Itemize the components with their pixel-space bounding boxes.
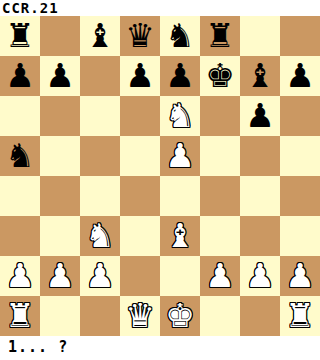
square-b4[interactable] <box>40 176 80 216</box>
square-g6[interactable]: ♟ <box>240 96 280 136</box>
square-c7[interactable] <box>80 56 120 96</box>
square-f4[interactable] <box>200 176 240 216</box>
piece-white-pawn-h2[interactable]: ♟ <box>285 256 315 296</box>
square-a8[interactable]: ♜ <box>0 16 40 56</box>
square-g7[interactable]: ♝ <box>240 56 280 96</box>
square-a3[interactable] <box>0 216 40 256</box>
square-e1[interactable]: ♚ <box>160 296 200 336</box>
square-h4[interactable] <box>280 176 320 216</box>
piece-black-rook-a8[interactable]: ♜ <box>5 16 35 56</box>
piece-white-pawn-e5[interactable]: ♟ <box>165 136 195 176</box>
piece-black-king-f7[interactable]: ♚ <box>205 56 235 96</box>
square-d5[interactable] <box>120 136 160 176</box>
move-prompt: 1... ? <box>0 336 320 360</box>
square-e2[interactable] <box>160 256 200 296</box>
chess-board: ♜♝♛♞♜♟♟♟♟♚♝♟♞♟♞♟♞♝♟♟♟♟♟♟♜♛♚♜ <box>0 16 320 336</box>
square-f8[interactable]: ♜ <box>200 16 240 56</box>
square-f6[interactable] <box>200 96 240 136</box>
square-e4[interactable] <box>160 176 200 216</box>
square-f2[interactable]: ♟ <box>200 256 240 296</box>
puzzle-title: CCR.21 <box>0 0 320 16</box>
square-g5[interactable] <box>240 136 280 176</box>
piece-black-pawn-g6[interactable]: ♟ <box>245 96 275 136</box>
square-b6[interactable] <box>40 96 80 136</box>
square-a1[interactable]: ♜ <box>0 296 40 336</box>
square-g1[interactable] <box>240 296 280 336</box>
square-d7[interactable]: ♟ <box>120 56 160 96</box>
square-b7[interactable]: ♟ <box>40 56 80 96</box>
piece-white-king-e1[interactable]: ♚ <box>165 296 195 336</box>
square-a7[interactable]: ♟ <box>0 56 40 96</box>
piece-black-pawn-b7[interactable]: ♟ <box>45 56 75 96</box>
piece-white-rook-a1[interactable]: ♜ <box>5 296 35 336</box>
square-c8[interactable]: ♝ <box>80 16 120 56</box>
square-c6[interactable] <box>80 96 120 136</box>
piece-black-knight-a5[interactable]: ♞ <box>5 136 35 176</box>
square-h7[interactable]: ♟ <box>280 56 320 96</box>
square-g4[interactable] <box>240 176 280 216</box>
square-f1[interactable] <box>200 296 240 336</box>
square-a5[interactable]: ♞ <box>0 136 40 176</box>
square-e3[interactable]: ♝ <box>160 216 200 256</box>
square-e7[interactable]: ♟ <box>160 56 200 96</box>
square-f5[interactable] <box>200 136 240 176</box>
piece-white-pawn-f2[interactable]: ♟ <box>205 256 235 296</box>
piece-black-pawn-e7[interactable]: ♟ <box>165 56 195 96</box>
square-e6[interactable]: ♞ <box>160 96 200 136</box>
square-f7[interactable]: ♚ <box>200 56 240 96</box>
square-a6[interactable] <box>0 96 40 136</box>
square-c5[interactable] <box>80 136 120 176</box>
square-d4[interactable] <box>120 176 160 216</box>
square-a2[interactable]: ♟ <box>0 256 40 296</box>
piece-black-rook-f8[interactable]: ♜ <box>205 16 235 56</box>
square-h6[interactable] <box>280 96 320 136</box>
square-c3[interactable]: ♞ <box>80 216 120 256</box>
square-c1[interactable] <box>80 296 120 336</box>
square-d1[interactable]: ♛ <box>120 296 160 336</box>
square-d8[interactable]: ♛ <box>120 16 160 56</box>
square-h1[interactable]: ♜ <box>280 296 320 336</box>
piece-black-pawn-a7[interactable]: ♟ <box>5 56 35 96</box>
square-h5[interactable] <box>280 136 320 176</box>
square-d3[interactable] <box>120 216 160 256</box>
piece-black-knight-e8[interactable]: ♞ <box>165 16 195 56</box>
square-d2[interactable] <box>120 256 160 296</box>
square-e8[interactable]: ♞ <box>160 16 200 56</box>
piece-black-bishop-c8[interactable]: ♝ <box>85 16 115 56</box>
piece-black-pawn-d7[interactable]: ♟ <box>125 56 155 96</box>
chess-app-window: CCR.21 ♜♝♛♞♜♟♟♟♟♚♝♟♞♟♞♟♞♝♟♟♟♟♟♟♜♛♚♜ 1...… <box>0 0 320 360</box>
piece-black-queen-d8[interactable]: ♛ <box>125 16 155 56</box>
square-h8[interactable] <box>280 16 320 56</box>
piece-black-bishop-g7[interactable]: ♝ <box>245 56 275 96</box>
piece-white-queen-d1[interactable]: ♛ <box>125 296 155 336</box>
square-f3[interactable] <box>200 216 240 256</box>
piece-white-pawn-b2[interactable]: ♟ <box>45 256 75 296</box>
square-a4[interactable] <box>0 176 40 216</box>
piece-white-rook-h1[interactable]: ♜ <box>285 296 315 336</box>
square-b2[interactable]: ♟ <box>40 256 80 296</box>
piece-white-knight-c3[interactable]: ♞ <box>85 216 115 256</box>
square-b8[interactable] <box>40 16 80 56</box>
piece-white-pawn-c2[interactable]: ♟ <box>85 256 115 296</box>
square-e5[interactable]: ♟ <box>160 136 200 176</box>
square-h2[interactable]: ♟ <box>280 256 320 296</box>
piece-white-pawn-a2[interactable]: ♟ <box>5 256 35 296</box>
square-g2[interactable]: ♟ <box>240 256 280 296</box>
piece-white-bishop-e3[interactable]: ♝ <box>165 216 195 256</box>
square-g8[interactable] <box>240 16 280 56</box>
square-b3[interactable] <box>40 216 80 256</box>
square-h3[interactable] <box>280 216 320 256</box>
square-d6[interactable] <box>120 96 160 136</box>
square-c2[interactable]: ♟ <box>80 256 120 296</box>
piece-white-knight-e6[interactable]: ♞ <box>165 96 195 136</box>
square-g3[interactable] <box>240 216 280 256</box>
square-b5[interactable] <box>40 136 80 176</box>
piece-white-pawn-g2[interactable]: ♟ <box>245 256 275 296</box>
square-c4[interactable] <box>80 176 120 216</box>
piece-black-pawn-h7[interactable]: ♟ <box>285 56 315 96</box>
square-b1[interactable] <box>40 296 80 336</box>
